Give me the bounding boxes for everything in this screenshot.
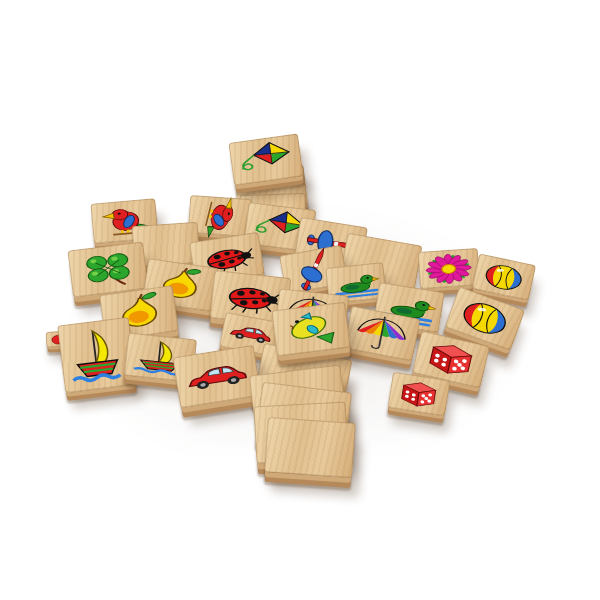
dice-picture [393,375,445,413]
tile-fish[interactable] [271,302,350,357]
tile-sailboat[interactable] [57,317,137,393]
flower-picture [423,251,474,286]
tile-blank[interactable] [264,417,356,478]
ball-picture [478,257,531,297]
fish-picture [278,306,343,353]
car-picture [180,350,253,404]
sailboat-picture [64,322,130,387]
tile-flower[interactable] [418,248,480,289]
clover-picture [75,246,142,294]
memory-game-board [0,0,600,600]
kite-picture [235,137,297,182]
umbrella-picture [350,310,413,357]
